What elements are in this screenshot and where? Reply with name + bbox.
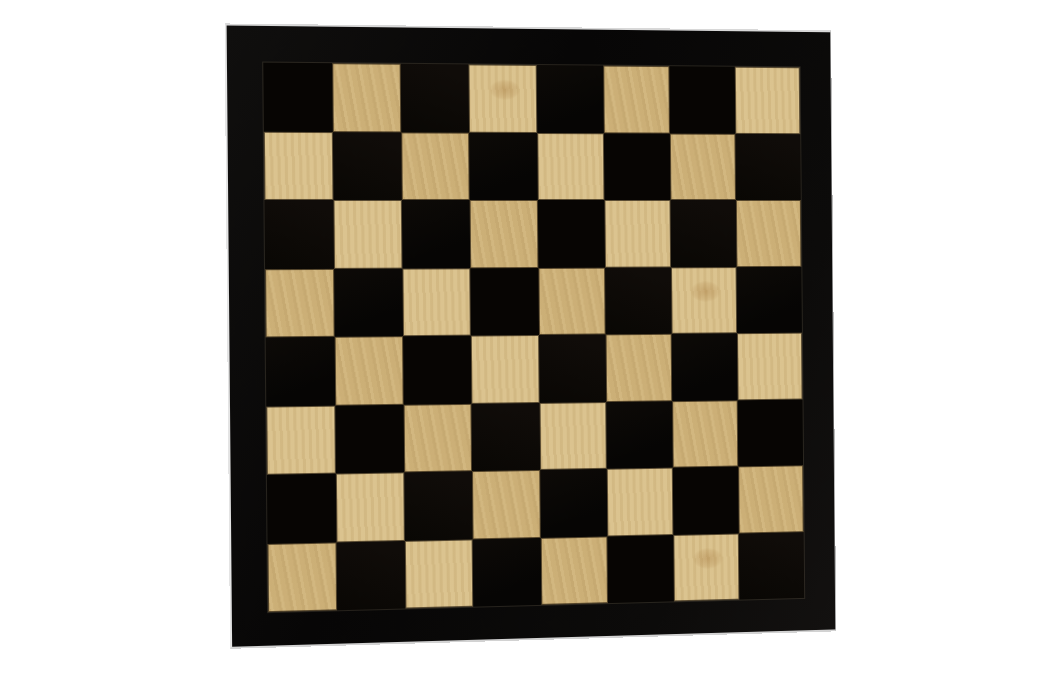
board-square	[540, 469, 607, 538]
board-square	[472, 402, 540, 471]
board-square	[673, 466, 739, 534]
board-square	[264, 131, 334, 200]
board-square	[405, 539, 473, 609]
board-square	[264, 200, 334, 269]
board-square	[673, 533, 739, 601]
board-square	[536, 65, 603, 133]
board-square	[736, 266, 802, 333]
board-square	[332, 63, 401, 132]
board-square	[473, 537, 541, 606]
board-square	[403, 268, 472, 336]
board-square	[607, 534, 674, 603]
board-square	[404, 471, 472, 540]
board-square	[404, 403, 472, 472]
board-square	[537, 132, 604, 200]
board-square	[538, 267, 605, 335]
board-square	[539, 334, 606, 402]
board-square	[402, 200, 471, 268]
board-square	[672, 400, 738, 468]
board-square	[670, 200, 736, 267]
board-square	[735, 67, 801, 134]
board-square	[265, 268, 335, 337]
board-grid	[263, 63, 804, 613]
board-square	[471, 267, 539, 335]
board-square	[606, 468, 673, 536]
board-square	[334, 200, 403, 268]
board-square	[266, 405, 336, 475]
board-square	[401, 64, 470, 132]
board-square	[267, 542, 337, 612]
board-square	[335, 336, 404, 405]
board-square	[669, 66, 735, 133]
chess-board	[225, 23, 837, 648]
board-square	[267, 474, 337, 544]
product-photo-scene	[0, 0, 1050, 700]
board-square	[739, 532, 805, 600]
board-square	[605, 267, 672, 334]
board-square	[333, 132, 402, 200]
board-square	[738, 465, 804, 533]
board-square	[469, 64, 537, 132]
board-square	[266, 337, 336, 406]
board-square	[263, 63, 333, 132]
board-square	[470, 200, 538, 268]
board-square	[472, 470, 540, 539]
board-square	[539, 402, 606, 470]
board-square	[738, 399, 804, 466]
board-square	[671, 333, 737, 400]
board-square	[336, 472, 405, 542]
board-square	[469, 132, 537, 200]
board-square	[471, 335, 539, 403]
board-square	[735, 133, 801, 200]
board-square	[334, 268, 403, 337]
board-square	[670, 133, 736, 200]
board-square	[335, 404, 404, 473]
board-square	[403, 336, 471, 405]
board-square	[537, 200, 604, 267]
board-square	[402, 132, 471, 200]
board-square	[606, 401, 673, 469]
board-square	[736, 200, 802, 267]
board-square	[603, 133, 670, 200]
board-square	[603, 66, 670, 134]
board-square	[604, 200, 671, 267]
board-square	[337, 540, 406, 610]
board-square	[671, 267, 737, 334]
board-square	[737, 333, 803, 400]
board-square	[540, 536, 607, 605]
board-square	[605, 334, 672, 402]
